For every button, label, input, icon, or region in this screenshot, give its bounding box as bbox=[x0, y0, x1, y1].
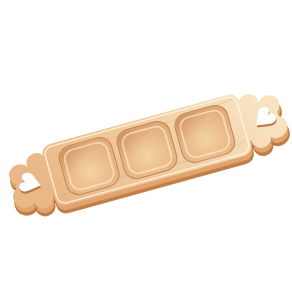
tray-illustration: ♥ ♥ ♥ ♥ bbox=[0, 0, 292, 292]
product-photo: Light pine wooden serving tray with thre… bbox=[0, 0, 292, 292]
